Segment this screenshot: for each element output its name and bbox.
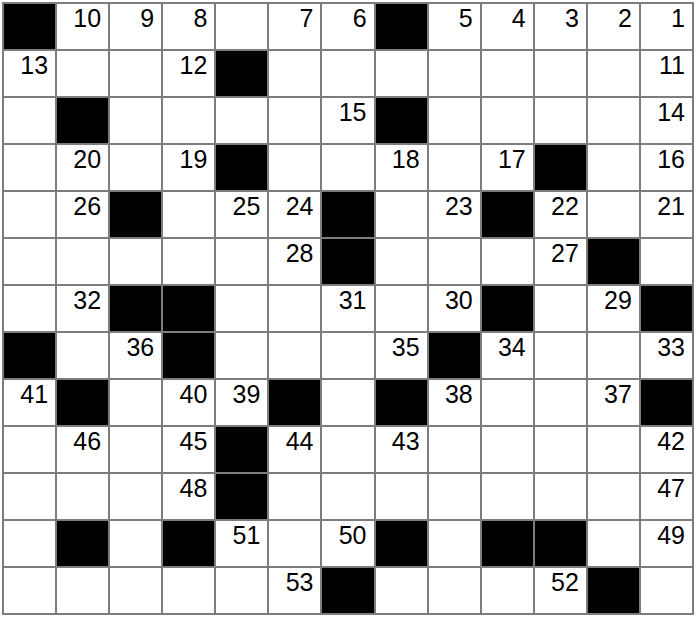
letter-cell[interactable]: 49 (641, 521, 692, 566)
letter-cell[interactable] (429, 239, 480, 284)
letter-cell[interactable] (216, 286, 267, 331)
letter-cell[interactable] (269, 333, 320, 378)
letter-cell[interactable] (163, 568, 214, 613)
letter-cell[interactable] (269, 521, 320, 566)
block-cell (376, 521, 427, 566)
clue-number: 53 (286, 569, 314, 597)
letter-cell[interactable]: 46 (57, 427, 108, 472)
clue-number: 52 (551, 569, 579, 597)
block-cell (376, 4, 427, 49)
letter-cell[interactable] (588, 521, 639, 566)
letter-cell[interactable]: 18 (376, 145, 427, 190)
letter-cell[interactable] (4, 286, 55, 331)
letter-cell[interactable]: 41 (4, 380, 55, 425)
letter-cell[interactable]: 45 (163, 427, 214, 472)
letter-cell[interactable] (322, 333, 373, 378)
clue-number: 51 (233, 522, 261, 550)
clue-number: 27 (551, 240, 579, 268)
letter-cell[interactable]: 34 (482, 333, 533, 378)
letter-cell[interactable]: 2 (588, 4, 639, 49)
letter-cell[interactable] (163, 98, 214, 143)
clue-number: 13 (20, 52, 48, 80)
letter-cell[interactable] (429, 474, 480, 519)
letter-cell[interactable]: 23 (429, 192, 480, 237)
letter-cell[interactable] (110, 521, 161, 566)
clue-number: 28 (286, 240, 314, 268)
letter-cell[interactable] (216, 568, 267, 613)
clue-number: 44 (286, 428, 314, 456)
letter-cell[interactable] (216, 333, 267, 378)
letter-cell[interactable]: 53 (269, 568, 320, 613)
clue-number: 41 (20, 381, 48, 409)
block-cell (641, 380, 692, 425)
clue-number: 1 (671, 5, 685, 33)
letter-cell[interactable] (588, 192, 639, 237)
letter-cell[interactable] (269, 98, 320, 143)
letter-cell[interactable]: 16 (641, 145, 692, 190)
letter-cell[interactable]: 39 (216, 380, 267, 425)
letter-cell[interactable] (482, 427, 533, 472)
letter-cell[interactable] (4, 427, 55, 472)
block-cell (482, 192, 533, 237)
clue-number: 46 (73, 428, 101, 456)
clue-number: 29 (604, 287, 632, 315)
clue-number: 50 (339, 522, 367, 550)
letter-cell[interactable] (269, 51, 320, 96)
letter-cell[interactable]: 40 (163, 380, 214, 425)
clue-number: 21 (657, 193, 685, 221)
letter-cell[interactable]: 14 (641, 98, 692, 143)
block-cell (535, 145, 586, 190)
letter-cell[interactable] (588, 98, 639, 143)
clue-number: 42 (657, 428, 685, 456)
letter-cell[interactable]: 36 (110, 333, 161, 378)
letter-cell[interactable] (269, 145, 320, 190)
letter-cell[interactable] (429, 521, 480, 566)
clue-number: 22 (551, 193, 579, 221)
letter-cell[interactable]: 17 (482, 145, 533, 190)
letter-cell[interactable]: 21 (641, 192, 692, 237)
letter-cell[interactable]: 5 (429, 4, 480, 49)
letter-cell[interactable]: 52 (535, 568, 586, 613)
letter-cell[interactable]: 20 (57, 145, 108, 190)
letter-cell[interactable] (57, 239, 108, 284)
letter-cell[interactable] (322, 145, 373, 190)
letter-cell[interactable]: 31 (322, 286, 373, 331)
clue-number: 12 (179, 52, 207, 80)
letter-cell[interactable]: 42 (641, 427, 692, 472)
letter-cell[interactable]: 15 (322, 98, 373, 143)
clue-number: 20 (73, 146, 101, 174)
clue-number: 37 (604, 381, 632, 409)
letter-cell[interactable]: 24 (269, 192, 320, 237)
letter-cell[interactable] (322, 427, 373, 472)
letter-cell[interactable] (110, 568, 161, 613)
letter-cell[interactable]: 44 (269, 427, 320, 472)
block-cell (216, 474, 267, 519)
letter-cell[interactable] (376, 239, 427, 284)
letter-cell[interactable]: 9 (110, 4, 161, 49)
block-cell (535, 521, 586, 566)
letter-cell[interactable] (4, 568, 55, 613)
letter-cell[interactable] (376, 51, 427, 96)
letter-cell[interactable]: 3 (535, 4, 586, 49)
clue-number: 45 (179, 428, 207, 456)
letter-cell[interactable] (641, 239, 692, 284)
letter-cell[interactable] (482, 51, 533, 96)
block-cell (641, 286, 692, 331)
letter-cell[interactable]: 12 (163, 51, 214, 96)
letter-cell[interactable] (429, 568, 480, 613)
letter-cell[interactable]: 47 (641, 474, 692, 519)
letter-cell[interactable]: 32 (57, 286, 108, 331)
letter-cell[interactable] (269, 286, 320, 331)
letter-cell[interactable]: 19 (163, 145, 214, 190)
letter-cell[interactable] (110, 145, 161, 190)
block-cell (376, 98, 427, 143)
clue-number: 39 (233, 381, 261, 409)
clue-number: 48 (179, 475, 207, 503)
block-cell (322, 568, 373, 613)
clue-number: 2 (618, 5, 632, 33)
letter-cell[interactable]: 1 (641, 4, 692, 49)
letter-cell[interactable] (535, 51, 586, 96)
letter-cell[interactable]: 48 (163, 474, 214, 519)
letter-cell[interactable] (376, 286, 427, 331)
clue-number: 36 (126, 334, 154, 362)
letter-cell[interactable] (535, 427, 586, 472)
clue-number: 49 (657, 522, 685, 550)
letter-cell[interactable] (641, 568, 692, 613)
clue-number: 6 (353, 5, 367, 33)
letter-cell[interactable] (216, 4, 267, 49)
clue-number: 43 (392, 428, 420, 456)
clue-number: 25 (233, 193, 261, 221)
letter-cell[interactable] (4, 98, 55, 143)
letter-cell[interactable] (429, 51, 480, 96)
clue-number: 3 (565, 5, 579, 33)
clue-number: 4 (512, 5, 526, 33)
letter-cell[interactable] (535, 286, 586, 331)
letter-cell[interactable]: 37 (588, 380, 639, 425)
clue-number: 40 (179, 381, 207, 409)
clue-number: 32 (73, 287, 101, 315)
block-cell (57, 98, 108, 143)
letter-cell[interactable] (57, 474, 108, 519)
block-cell (4, 4, 55, 49)
clue-number: 30 (445, 287, 473, 315)
block-cell (269, 380, 320, 425)
letter-cell[interactable] (482, 239, 533, 284)
clue-number: 47 (657, 475, 685, 503)
letter-cell[interactable] (482, 474, 533, 519)
clue-number: 9 (140, 5, 154, 33)
crossword-grid: 1098765432113121115142019181716262524232… (2, 2, 694, 615)
clue-number: 7 (300, 5, 314, 33)
letter-cell[interactable] (110, 239, 161, 284)
clue-number: 11 (659, 52, 685, 80)
letter-cell[interactable] (376, 474, 427, 519)
clue-number: 24 (286, 193, 314, 221)
letter-cell[interactable] (482, 568, 533, 613)
letter-cell[interactable] (269, 474, 320, 519)
letter-cell[interactable] (482, 98, 533, 143)
clue-number: 15 (339, 99, 367, 127)
letter-cell[interactable]: 25 (216, 192, 267, 237)
block-cell (110, 192, 161, 237)
letter-cell[interactable] (376, 568, 427, 613)
letter-cell[interactable]: 10 (57, 4, 108, 49)
block-cell (4, 333, 55, 378)
letter-cell[interactable] (163, 239, 214, 284)
letter-cell[interactable]: 38 (429, 380, 480, 425)
block-cell (429, 333, 480, 378)
letter-cell[interactable] (322, 474, 373, 519)
letter-cell[interactable] (163, 192, 214, 237)
letter-cell[interactable]: 51 (216, 521, 267, 566)
letter-cell[interactable] (588, 333, 639, 378)
clue-number: 31 (339, 287, 367, 315)
letter-cell[interactable] (429, 98, 480, 143)
letter-cell[interactable] (535, 333, 586, 378)
letter-cell[interactable]: 50 (322, 521, 373, 566)
letter-cell[interactable]: 33 (641, 333, 692, 378)
clue-number: 17 (498, 146, 526, 174)
letter-cell[interactable] (57, 51, 108, 96)
block-cell (163, 521, 214, 566)
block-cell (163, 286, 214, 331)
clue-number: 16 (657, 146, 685, 174)
letter-cell[interactable] (588, 427, 639, 472)
letter-cell[interactable] (110, 380, 161, 425)
letter-cell[interactable] (4, 239, 55, 284)
letter-cell[interactable] (322, 51, 373, 96)
letter-cell[interactable] (4, 521, 55, 566)
letter-cell[interactable] (216, 239, 267, 284)
letter-cell[interactable] (216, 98, 267, 143)
block-cell (57, 521, 108, 566)
letter-cell[interactable]: 28 (269, 239, 320, 284)
clue-number: 23 (445, 193, 473, 221)
letter-cell[interactable]: 7 (269, 4, 320, 49)
block-cell (322, 192, 373, 237)
block-cell (322, 239, 373, 284)
block-cell (482, 521, 533, 566)
letter-cell[interactable]: 30 (429, 286, 480, 331)
letter-cell[interactable]: 26 (57, 192, 108, 237)
letter-cell[interactable] (110, 427, 161, 472)
letter-cell[interactable] (322, 380, 373, 425)
letter-cell[interactable] (4, 192, 55, 237)
letter-cell[interactable] (588, 51, 639, 96)
clue-number: 26 (73, 193, 101, 221)
letter-cell[interactable] (429, 427, 480, 472)
block-cell (588, 568, 639, 613)
letter-cell[interactable]: 6 (322, 4, 373, 49)
letter-cell[interactable] (57, 333, 108, 378)
letter-cell[interactable]: 8 (163, 4, 214, 49)
letter-cell[interactable]: 27 (535, 239, 586, 284)
letter-cell[interactable]: 4 (482, 4, 533, 49)
block-cell (376, 380, 427, 425)
clue-number: 38 (445, 381, 473, 409)
letter-cell[interactable] (588, 145, 639, 190)
block-cell (110, 286, 161, 331)
block-cell (216, 51, 267, 96)
clue-number: 33 (657, 334, 685, 362)
clue-number: 35 (392, 334, 420, 362)
letter-cell[interactable] (535, 98, 586, 143)
block-cell (163, 333, 214, 378)
block-cell (216, 427, 267, 472)
letter-cell[interactable]: 22 (535, 192, 586, 237)
clue-number: 18 (392, 146, 420, 174)
clue-number: 10 (73, 5, 101, 33)
letter-cell[interactable] (376, 192, 427, 237)
letter-cell[interactable] (57, 568, 108, 613)
block-cell (482, 286, 533, 331)
letter-cell[interactable]: 13 (4, 51, 55, 96)
letter-cell[interactable] (535, 380, 586, 425)
letter-cell[interactable] (4, 145, 55, 190)
letter-cell[interactable] (588, 474, 639, 519)
letter-cell[interactable] (535, 474, 586, 519)
letter-cell[interactable] (110, 474, 161, 519)
block-cell (57, 380, 108, 425)
clue-number: 5 (459, 5, 473, 33)
block-cell (216, 145, 267, 190)
letter-cell[interactable]: 11 (641, 51, 692, 96)
letter-cell[interactable] (4, 474, 55, 519)
letter-cell[interactable]: 29 (588, 286, 639, 331)
clue-number: 14 (657, 99, 685, 127)
letter-cell[interactable]: 43 (376, 427, 427, 472)
clue-number: 19 (179, 146, 207, 174)
letter-cell[interactable] (429, 145, 480, 190)
letter-cell[interactable] (482, 380, 533, 425)
letter-cell[interactable] (110, 51, 161, 96)
block-cell (588, 239, 639, 284)
clue-number: 34 (498, 334, 526, 362)
clue-number: 8 (193, 5, 207, 33)
letter-cell[interactable]: 35 (376, 333, 427, 378)
letter-cell[interactable] (110, 98, 161, 143)
